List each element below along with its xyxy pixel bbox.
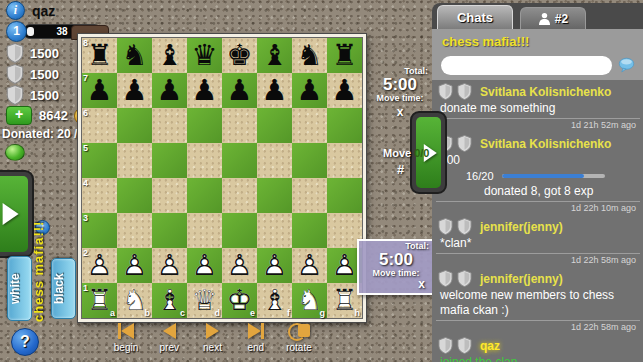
help-button[interactable]: ? [11, 328, 39, 356]
clock-close-button[interactable]: x [359, 278, 433, 290]
tab-chats[interactable]: Chats [437, 5, 513, 29]
square-c6[interactable] [152, 108, 187, 143]
total-time: 5:00 [368, 76, 432, 93]
shield-icon [6, 43, 24, 63]
chat-message: jennifer(jenny)welcome new members to ch… [432, 267, 643, 334]
move-hash: # [397, 162, 404, 177]
square-c3[interactable] [152, 213, 187, 248]
toolbar-next-button[interactable]: next [192, 322, 234, 353]
message-timestamp: 1d 21h 52m ago [436, 118, 640, 132]
info-icon[interactable]: i [6, 1, 25, 20]
tab-room-label: #2 [555, 12, 568, 26]
black-side-button[interactable]: black [51, 258, 76, 319]
toolbar-label: next [203, 342, 222, 353]
exp-progress-fill [502, 174, 584, 178]
chat-message: Svitlana Kolisnichenko10016/20donated 8,… [432, 132, 643, 215]
toolbar-end-button[interactable]: end [235, 322, 277, 353]
piece-black-pawn[interactable]: ♟ [222, 73, 257, 108]
square-e3[interactable] [222, 213, 257, 248]
message-author: Svitlana Kolisnichenko [480, 137, 611, 151]
square-h8[interactable]: ♜ [327, 38, 362, 73]
square-e2[interactable]: ♟♙ [222, 248, 257, 283]
toolbar-label: prev [160, 342, 179, 353]
square-a1[interactable]: 1a♜♖ [82, 283, 117, 318]
move-time-label: Move time: [368, 93, 432, 103]
square-d8[interactable]: ♛ [187, 38, 222, 73]
toolbar-label: begin [114, 342, 138, 353]
square-f8[interactable]: ♝ [257, 38, 292, 73]
square-a8[interactable]: 8♜ [82, 38, 117, 73]
message-header: Svitlana Kolisnichenko [432, 80, 643, 100]
square-b2[interactable]: ♟♙ [117, 248, 152, 283]
app-screen: i qaz 1 38 150015001500 + 8642 Donated: … [0, 0, 643, 362]
square-g7[interactable]: ♟ [292, 73, 327, 108]
move-label: Move [383, 147, 411, 159]
piece-black-knight[interactable]: ♞ [292, 38, 327, 73]
square-h7[interactable]: ♟ [327, 73, 362, 108]
piece-black-queen[interactable]: ♛ [187, 38, 222, 73]
prev-icon [163, 322, 176, 340]
message-text: donate me something [432, 100, 643, 116]
square-a5[interactable]: 5 [82, 143, 117, 178]
file-label: g [320, 308, 326, 318]
square-f1[interactable]: f♝♗ [257, 283, 292, 318]
shield-icon [438, 218, 453, 235]
square-a2[interactable]: 2♟♙ [82, 248, 117, 283]
online-status-dot [5, 144, 25, 161]
square-f7[interactable]: ♟ [257, 73, 292, 108]
piece-black-rook[interactable]: ♜ [327, 38, 362, 73]
toolbar-rotate-button[interactable]: rotate [278, 322, 320, 353]
message-text: 100 [432, 152, 643, 168]
chat-input-row [441, 53, 635, 77]
piece-black-pawn[interactable]: ♟ [152, 73, 187, 108]
square-d4[interactable] [187, 178, 222, 213]
square-b8[interactable]: ♞ [117, 38, 152, 73]
tab-chats-label: Chats [457, 10, 493, 25]
end-icon [248, 322, 264, 340]
tab-room-2[interactable]: #2 [520, 7, 586, 29]
square-g4[interactable] [292, 178, 327, 213]
piece-white-pawn[interactable]: ♟♙ [257, 248, 292, 283]
square-b1[interactable]: b♞♘ [117, 283, 152, 318]
square-h4[interactable] [327, 178, 362, 213]
board-frame: 8♜♞♝♛♚♝♞♜7♟♟♟♟♟♟♟♟65432♟♙♟♙♟♙♟♙♟♙♟♙♟♙♟♙1… [77, 33, 367, 323]
piece-white-pawn[interactable]: ♟♙ [292, 248, 327, 283]
message-text: welcome new members to chess mafia ckan … [432, 287, 643, 318]
piece-white-pawn[interactable]: ♟♙ [152, 248, 187, 283]
move-value: 0/0 [414, 147, 429, 159]
clan-banner: chess mafia!!! [31, 222, 46, 322]
rating-value: 1500 [30, 67, 59, 82]
white-side-button[interactable]: white [7, 256, 32, 321]
piece-black-knight[interactable]: ♞ [117, 38, 152, 73]
chat-message: qazjoined the clan1d 23h 16m ago [432, 334, 643, 362]
shield-icon [438, 270, 453, 287]
square-d7[interactable]: ♟ [187, 73, 222, 108]
toolbar-prev-button[interactable]: prev [148, 322, 190, 353]
chat-message-list: Svitlana Kolisnichenkodonate me somethin… [432, 80, 643, 362]
square-e8[interactable]: ♚ [222, 38, 257, 73]
rank-label: 6 [83, 108, 88, 118]
chat-message-input[interactable] [441, 56, 612, 75]
message-timestamp: 1d 22h 10m ago [436, 201, 640, 215]
square-g3[interactable] [292, 213, 327, 248]
file-label: c [180, 308, 185, 318]
square-a6[interactable]: 6 [82, 108, 117, 143]
square-c1[interactable]: c♝♗ [152, 283, 187, 318]
chat-header: chess mafia!!! [432, 29, 643, 80]
shield-icon [457, 270, 472, 287]
square-h6[interactable] [327, 108, 362, 143]
square-f4[interactable] [257, 178, 292, 213]
piece-black-pawn[interactable]: ♟ [292, 73, 327, 108]
exp-progress: 16/20 [432, 168, 643, 183]
square-a3[interactable]: 3 [82, 213, 117, 248]
file-label: d [215, 308, 221, 318]
message-author: qaz [480, 339, 500, 353]
rank-label: 5 [83, 143, 88, 153]
add-coins-button[interactable]: + [6, 106, 32, 125]
replay-toolbar: beginprevnextendrotate [105, 322, 320, 353]
piece-black-bishop[interactable]: ♝ [257, 38, 292, 73]
piece-white-pawn[interactable]: ♟♙ [117, 248, 152, 283]
exp-progress-label: 16/20 [466, 170, 494, 182]
piece-black-pawn[interactable]: ♟ [327, 73, 362, 108]
file-label: e [250, 308, 255, 318]
coins-value: 8642 [39, 108, 68, 123]
square-g8[interactable]: ♞ [292, 38, 327, 73]
rating-value: 1500 [30, 46, 59, 61]
rating-value: 1500 [30, 88, 59, 103]
chat-message: Svitlana Kolisnichenkodonate me somethin… [432, 80, 643, 132]
right-arrow-icon [3, 203, 19, 225]
square-f5[interactable] [257, 143, 292, 178]
shield-icon [457, 218, 472, 235]
message-timestamp: 1d 22h 58m ago [436, 253, 640, 267]
square-g5[interactable] [292, 143, 327, 178]
piece-white-pawn[interactable]: ♟♙ [222, 248, 257, 283]
total-time: 5:00 [359, 251, 433, 268]
square-c8[interactable]: ♝ [152, 38, 187, 73]
square-g2[interactable]: ♟♙ [292, 248, 327, 283]
level-badge: 1 [6, 21, 27, 42]
chat-message: jennifer(jenny)*clan*1d 22h 58m ago [432, 215, 643, 267]
piece-white-pawn[interactable]: ♟♙ [187, 248, 222, 283]
square-f3[interactable] [257, 213, 292, 248]
message-header: jennifer(jenny) [432, 267, 643, 287]
rank-label: 3 [83, 213, 88, 223]
chat-panel: Chats #2 chess mafia!!! Svitlana Kolisni… [432, 3, 643, 362]
square-d1[interactable]: d♛♕ [187, 283, 222, 318]
piece-black-pawn[interactable]: ♟ [187, 73, 222, 108]
piece-black-bishop[interactable]: ♝ [152, 38, 187, 73]
square-c2[interactable]: ♟♙ [152, 248, 187, 283]
message-text: joined the clan [432, 354, 643, 362]
room-title: chess mafia!!! [432, 29, 643, 49]
square-b6[interactable] [117, 108, 152, 143]
rank-label: 1 [83, 283, 88, 293]
message-text: donated 8, got 8 exp [432, 183, 643, 199]
rotate-icon [288, 322, 310, 340]
shield-icon [457, 337, 472, 354]
chess-board: 8♜♞♝♛♚♝♞♜7♟♟♟♟♟♟♟♟65432♟♙♟♙♟♙♟♙♟♙♟♙♟♙♟♙1… [81, 37, 363, 319]
shield-icon [457, 135, 472, 152]
message-author: jennifer(jenny) [480, 220, 563, 234]
message-text: *clan* [432, 235, 643, 251]
square-c5[interactable] [152, 143, 187, 178]
square-d6[interactable] [187, 108, 222, 143]
file-label: b [145, 308, 151, 318]
file-label: h [355, 308, 361, 318]
square-d2[interactable]: ♟♙ [187, 248, 222, 283]
shield-icon [6, 85, 24, 105]
square-c4[interactable] [152, 178, 187, 213]
square-d3[interactable] [187, 213, 222, 248]
square-h5[interactable] [327, 143, 362, 178]
shield-icon [6, 64, 24, 84]
square-e4[interactable] [222, 178, 257, 213]
player-clock-active: Total: 5:00 Move time: x [357, 239, 435, 295]
left-panel-arrow-button[interactable] [0, 170, 34, 258]
player-name: qaz [32, 3, 55, 19]
square-f6[interactable] [257, 108, 292, 143]
square-a4[interactable]: 4 [82, 178, 117, 213]
rank-label: 8 [83, 38, 88, 48]
shield-icon [438, 337, 453, 354]
square-b3[interactable] [117, 213, 152, 248]
rank-label: 4 [83, 178, 88, 188]
square-b4[interactable] [117, 178, 152, 213]
file-label: f [287, 308, 290, 318]
piece-black-pawn[interactable]: ♟ [117, 73, 152, 108]
message-author: Svitlana Kolisnichenko [480, 85, 611, 99]
shield-icon [457, 83, 472, 100]
toolbar-begin-button[interactable]: begin [105, 322, 147, 353]
square-f2[interactable]: ♟♙ [257, 248, 292, 283]
file-label: a [110, 308, 115, 318]
square-a7[interactable]: 7♟ [82, 73, 117, 108]
rank-label: 7 [83, 73, 88, 83]
message-header: Svitlana Kolisnichenko [432, 132, 643, 152]
square-b5[interactable] [117, 143, 152, 178]
square-e7[interactable]: ♟ [222, 73, 257, 108]
square-d5[interactable] [187, 143, 222, 178]
message-timestamp: 1d 22h 58m ago [436, 320, 640, 334]
message-header: jennifer(jenny) [432, 215, 643, 235]
send-message-icon[interactable] [618, 53, 635, 77]
piece-black-pawn[interactable]: ♟ [257, 73, 292, 108]
message-header: qaz [432, 334, 643, 354]
square-c7[interactable]: ♟ [152, 73, 187, 108]
square-g1[interactable]: g♞♘ [292, 283, 327, 318]
square-e6[interactable] [222, 108, 257, 143]
square-e1[interactable]: e♚♔ [222, 283, 257, 318]
rank-label: 2 [83, 248, 88, 258]
chat-tabbar: Chats #2 [432, 3, 643, 29]
person-icon [538, 12, 551, 25]
square-e5[interactable] [222, 143, 257, 178]
toolbar-label: rotate [286, 342, 312, 353]
move-counter: Move 0/0 [383, 147, 429, 159]
toolbar-label: end [247, 342, 264, 353]
square-g6[interactable] [292, 108, 327, 143]
next-icon [206, 322, 219, 340]
shield-icon [438, 83, 453, 100]
begin-icon [118, 322, 134, 340]
player-row: i qaz [6, 1, 104, 20]
message-author: jennifer(jenny) [480, 272, 563, 286]
exp-progress-bar [502, 174, 605, 178]
square-b7[interactable]: ♟ [117, 73, 152, 108]
piece-black-king[interactable]: ♚ [222, 38, 257, 73]
